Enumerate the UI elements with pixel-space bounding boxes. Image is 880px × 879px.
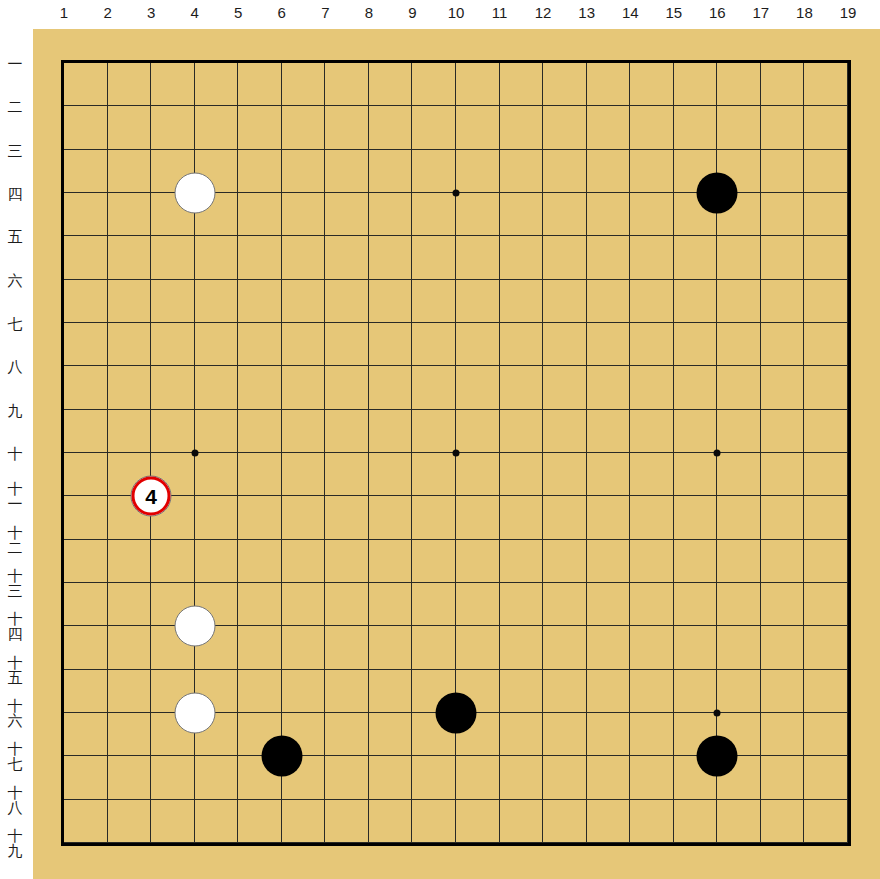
grid-cell bbox=[500, 63, 544, 106]
grid-cell bbox=[717, 670, 761, 713]
grid-cell bbox=[64, 280, 108, 323]
grid-cell bbox=[717, 410, 761, 453]
grid-cell bbox=[674, 453, 718, 496]
grid-cell bbox=[587, 583, 631, 626]
grid-cell bbox=[64, 496, 108, 539]
grid-cell bbox=[543, 670, 587, 713]
column-label-11: 11 bbox=[492, 4, 508, 21]
star-point-10-4 bbox=[453, 190, 460, 197]
grid-cell bbox=[587, 193, 631, 236]
grid-cell bbox=[369, 670, 413, 713]
grid-cell bbox=[587, 453, 631, 496]
grid-cell bbox=[543, 323, 587, 366]
grid-cell bbox=[717, 496, 761, 539]
grid-cell bbox=[761, 150, 805, 193]
grid-cell bbox=[804, 800, 848, 843]
grid-cell bbox=[282, 800, 326, 843]
column-label-6: 6 bbox=[278, 4, 286, 21]
grid-cell bbox=[238, 150, 282, 193]
grid-cell bbox=[630, 323, 674, 366]
row-label-18: 十 八 bbox=[8, 785, 23, 815]
grid-cell bbox=[587, 106, 631, 149]
grid-cell bbox=[500, 106, 544, 149]
grid-cell bbox=[804, 236, 848, 279]
grid-cell bbox=[674, 280, 718, 323]
grid-cell bbox=[630, 150, 674, 193]
grid-cell bbox=[369, 63, 413, 106]
grid-cell bbox=[108, 670, 152, 713]
grid-cell bbox=[456, 626, 500, 669]
grid-cell bbox=[151, 800, 195, 843]
row-label-8: 八 bbox=[8, 359, 23, 374]
grid-cell bbox=[456, 193, 500, 236]
grid-cell bbox=[674, 63, 718, 106]
grid-cell bbox=[500, 713, 544, 756]
grid-cell bbox=[500, 540, 544, 583]
grid-cell bbox=[412, 63, 456, 106]
grid-cell bbox=[587, 670, 631, 713]
grid-cell bbox=[630, 280, 674, 323]
grid-cell bbox=[630, 410, 674, 453]
grid-cell bbox=[238, 670, 282, 713]
grid-cell bbox=[630, 106, 674, 149]
row-label-2: 二 bbox=[8, 99, 23, 114]
star-point-4-10 bbox=[191, 450, 198, 457]
grid-cell bbox=[543, 106, 587, 149]
grid-cell bbox=[369, 713, 413, 756]
grid-cell bbox=[369, 496, 413, 539]
grid-cell bbox=[804, 453, 848, 496]
grid-cell bbox=[674, 496, 718, 539]
grid-cell bbox=[456, 280, 500, 323]
grid-cell bbox=[195, 106, 239, 149]
column-label-3: 3 bbox=[147, 4, 155, 21]
grid-cell bbox=[108, 756, 152, 799]
grid-cell bbox=[500, 583, 544, 626]
grid-cell bbox=[64, 150, 108, 193]
row-label-16: 十 六 bbox=[8, 698, 23, 728]
grid-cell bbox=[804, 280, 848, 323]
grid-cell bbox=[369, 453, 413, 496]
grid-cell bbox=[412, 540, 456, 583]
column-label-16: 16 bbox=[709, 4, 726, 21]
grid-cell bbox=[717, 583, 761, 626]
grid-cell bbox=[151, 106, 195, 149]
grid-cell bbox=[64, 63, 108, 106]
grid-cell bbox=[500, 670, 544, 713]
grid-cell bbox=[630, 756, 674, 799]
row-label-17: 十 七 bbox=[8, 741, 23, 771]
grid-cell bbox=[238, 366, 282, 409]
grid-cell bbox=[543, 280, 587, 323]
grid-cell bbox=[325, 150, 369, 193]
grid-cell bbox=[587, 800, 631, 843]
grid-cell bbox=[587, 150, 631, 193]
grid-cell bbox=[543, 193, 587, 236]
grid-cell bbox=[238, 323, 282, 366]
grid-cell bbox=[630, 366, 674, 409]
grid-cell bbox=[717, 626, 761, 669]
grid-cell bbox=[500, 193, 544, 236]
grid-cell bbox=[238, 496, 282, 539]
grid-cell bbox=[108, 63, 152, 106]
grid-cell bbox=[282, 540, 326, 583]
grid-cell bbox=[282, 106, 326, 149]
grid-cell bbox=[761, 756, 805, 799]
grid-cell bbox=[64, 106, 108, 149]
grid-cell bbox=[325, 366, 369, 409]
grid-cell bbox=[500, 150, 544, 193]
grid-cell bbox=[761, 63, 805, 106]
grid-cell bbox=[238, 453, 282, 496]
go-diagram-page: 12345678910111213141516171819 一二三四五六七八九十… bbox=[0, 0, 880, 879]
grid-cell bbox=[804, 540, 848, 583]
grid-cell bbox=[717, 800, 761, 843]
grid-cell bbox=[456, 453, 500, 496]
grid-cell bbox=[456, 540, 500, 583]
grid-cell bbox=[587, 280, 631, 323]
grid-cell bbox=[238, 280, 282, 323]
grid-cell bbox=[369, 583, 413, 626]
grid-cell bbox=[630, 496, 674, 539]
grid-cell bbox=[543, 453, 587, 496]
grid-cell bbox=[587, 756, 631, 799]
grid-cell bbox=[761, 193, 805, 236]
grid-cell bbox=[587, 626, 631, 669]
column-label-14: 14 bbox=[622, 4, 639, 21]
grid-cell bbox=[282, 670, 326, 713]
grid-cell bbox=[325, 323, 369, 366]
grid-cell bbox=[500, 236, 544, 279]
grid-cell bbox=[151, 366, 195, 409]
grid-cell bbox=[64, 626, 108, 669]
row-label-13: 十 三 bbox=[8, 568, 23, 598]
grid-cell bbox=[543, 583, 587, 626]
grid-cell bbox=[108, 106, 152, 149]
grid-cell bbox=[195, 280, 239, 323]
grid-cell bbox=[325, 496, 369, 539]
grid-cell bbox=[151, 756, 195, 799]
column-label-4: 4 bbox=[190, 4, 198, 21]
grid-cell bbox=[412, 410, 456, 453]
grid-cell bbox=[325, 193, 369, 236]
grid-cell bbox=[64, 236, 108, 279]
grid-cell bbox=[325, 540, 369, 583]
stone-black-6-17 bbox=[261, 736, 302, 777]
grid-cell bbox=[717, 106, 761, 149]
grid-cell bbox=[630, 670, 674, 713]
grid-cell bbox=[500, 800, 544, 843]
grid-cell bbox=[674, 410, 718, 453]
grid-cell bbox=[325, 713, 369, 756]
grid-cell bbox=[282, 63, 326, 106]
grid-cell bbox=[412, 236, 456, 279]
grid-cell bbox=[456, 63, 500, 106]
grid-cell bbox=[674, 106, 718, 149]
grid-cell bbox=[412, 280, 456, 323]
grid-cell bbox=[108, 366, 152, 409]
grid-cell bbox=[587, 496, 631, 539]
column-label-5: 5 bbox=[234, 4, 242, 21]
row-label-10: 十 bbox=[8, 446, 23, 461]
grid-cell bbox=[195, 323, 239, 366]
grid-cell bbox=[543, 800, 587, 843]
grid-cell bbox=[717, 280, 761, 323]
grid-cell bbox=[761, 583, 805, 626]
grid-cell bbox=[761, 410, 805, 453]
grid-cell bbox=[412, 150, 456, 193]
grid-cell bbox=[587, 713, 631, 756]
grid-cell bbox=[151, 323, 195, 366]
star-point-16-10 bbox=[714, 450, 721, 457]
grid-cell bbox=[108, 800, 152, 843]
grid-cell bbox=[543, 63, 587, 106]
grid-cell bbox=[543, 496, 587, 539]
grid-cell bbox=[804, 626, 848, 669]
grid-cell bbox=[412, 800, 456, 843]
grid-cell bbox=[761, 670, 805, 713]
grid-cell bbox=[412, 366, 456, 409]
row-label-6: 六 bbox=[8, 272, 23, 287]
grid-cell bbox=[630, 800, 674, 843]
grid-cell bbox=[587, 63, 631, 106]
grid-cell bbox=[804, 150, 848, 193]
grid-cell bbox=[412, 626, 456, 669]
grid-cell bbox=[369, 236, 413, 279]
grid-cell bbox=[195, 453, 239, 496]
grid-cell bbox=[369, 800, 413, 843]
grid-cell bbox=[64, 756, 108, 799]
stone-black-16-17 bbox=[697, 736, 738, 777]
grid-cell bbox=[238, 193, 282, 236]
column-label-2: 2 bbox=[103, 4, 111, 21]
grid-cell bbox=[325, 626, 369, 669]
grid-cell bbox=[412, 496, 456, 539]
grid-cell bbox=[543, 626, 587, 669]
grid-cell bbox=[761, 236, 805, 279]
grid-cell bbox=[282, 236, 326, 279]
grid-cell bbox=[238, 626, 282, 669]
grid-cell bbox=[630, 626, 674, 669]
grid-cell bbox=[64, 366, 108, 409]
grid-cell bbox=[674, 626, 718, 669]
grid-cell bbox=[195, 800, 239, 843]
grid-cell bbox=[282, 150, 326, 193]
grid-cell bbox=[456, 800, 500, 843]
grid-cell bbox=[804, 410, 848, 453]
grid-cell bbox=[195, 540, 239, 583]
grid-cell bbox=[369, 150, 413, 193]
grid-cell bbox=[195, 756, 239, 799]
grid-cell bbox=[804, 193, 848, 236]
grid-cell bbox=[543, 236, 587, 279]
grid-cell bbox=[456, 496, 500, 539]
grid-cell bbox=[804, 106, 848, 149]
grid-cell bbox=[804, 713, 848, 756]
grid-cell bbox=[64, 453, 108, 496]
grid-cell bbox=[108, 583, 152, 626]
grid-cell bbox=[238, 236, 282, 279]
grid-cell bbox=[108, 323, 152, 366]
grid-cell bbox=[674, 323, 718, 366]
grid-cell bbox=[630, 540, 674, 583]
column-label-13: 13 bbox=[578, 4, 595, 21]
grid-cell bbox=[325, 583, 369, 626]
row-label-9: 九 bbox=[8, 402, 23, 417]
grid-cell bbox=[500, 453, 544, 496]
column-label-10: 10 bbox=[448, 4, 465, 21]
grid-cell bbox=[804, 63, 848, 106]
grid-cell bbox=[674, 583, 718, 626]
grid-cell bbox=[282, 496, 326, 539]
grid-cell bbox=[151, 280, 195, 323]
grid-cell bbox=[195, 366, 239, 409]
grid-cell bbox=[151, 410, 195, 453]
grid-cell bbox=[369, 280, 413, 323]
grid-cell bbox=[630, 713, 674, 756]
grid-cell bbox=[64, 540, 108, 583]
grid-cell bbox=[761, 366, 805, 409]
stone-white-4-16 bbox=[174, 693, 215, 734]
grid-cell bbox=[64, 323, 108, 366]
grid-cell bbox=[195, 63, 239, 106]
grid-cell bbox=[282, 583, 326, 626]
grid-cell bbox=[543, 756, 587, 799]
grid-cell bbox=[64, 410, 108, 453]
grid-cell bbox=[108, 713, 152, 756]
grid-cell bbox=[151, 540, 195, 583]
grid-cell bbox=[151, 63, 195, 106]
grid-cell bbox=[108, 280, 152, 323]
grid-cell bbox=[761, 626, 805, 669]
grid-cell bbox=[282, 280, 326, 323]
grid-cell bbox=[804, 583, 848, 626]
grid-cell bbox=[64, 193, 108, 236]
grid-cell bbox=[804, 670, 848, 713]
star-point-10-10 bbox=[453, 450, 460, 457]
grid-cell bbox=[587, 236, 631, 279]
grid-cell bbox=[587, 366, 631, 409]
column-label-8: 8 bbox=[365, 4, 373, 21]
grid-cell bbox=[369, 756, 413, 799]
row-label-15: 十 五 bbox=[8, 655, 23, 685]
grid-cell bbox=[64, 800, 108, 843]
grid-cell bbox=[108, 193, 152, 236]
grid-cell bbox=[674, 670, 718, 713]
grid-cell bbox=[630, 193, 674, 236]
grid-cell bbox=[282, 323, 326, 366]
grid-cell bbox=[674, 540, 718, 583]
grid-cell bbox=[761, 540, 805, 583]
grid-cell bbox=[369, 106, 413, 149]
stone-white-4-14 bbox=[174, 606, 215, 647]
row-label-3: 三 bbox=[8, 142, 23, 157]
grid-cell bbox=[456, 236, 500, 279]
grid-cell bbox=[369, 366, 413, 409]
grid-cell bbox=[151, 236, 195, 279]
row-label-11: 十 一 bbox=[8, 481, 23, 511]
grid-cell bbox=[282, 626, 326, 669]
grid-cell bbox=[325, 410, 369, 453]
grid-cell bbox=[500, 280, 544, 323]
grid-cell bbox=[369, 626, 413, 669]
grid-cell bbox=[761, 106, 805, 149]
grid-cell bbox=[500, 323, 544, 366]
grid-cell bbox=[717, 540, 761, 583]
grid-cell bbox=[630, 236, 674, 279]
grid-cell bbox=[325, 236, 369, 279]
grid-cell bbox=[325, 106, 369, 149]
grid-cell bbox=[761, 323, 805, 366]
column-label-19: 19 bbox=[840, 4, 857, 21]
stone-black-10-16 bbox=[436, 693, 477, 734]
grid-cell bbox=[674, 800, 718, 843]
grid-cell bbox=[543, 150, 587, 193]
row-label-19: 十 九 bbox=[8, 828, 23, 858]
column-label-7: 7 bbox=[321, 4, 329, 21]
stone-black-16-4 bbox=[697, 173, 738, 214]
column-label-18: 18 bbox=[796, 4, 813, 21]
grid-cell bbox=[64, 713, 108, 756]
grid-cell bbox=[369, 410, 413, 453]
grid-cell bbox=[456, 150, 500, 193]
column-label-17: 17 bbox=[753, 4, 770, 21]
grid-cell bbox=[456, 583, 500, 626]
grid-cell bbox=[238, 583, 282, 626]
grid-cell bbox=[369, 323, 413, 366]
grid-cell bbox=[238, 410, 282, 453]
row-label-7: 七 bbox=[8, 316, 23, 331]
stone-white-4-4 bbox=[174, 173, 215, 214]
grid-cell bbox=[630, 453, 674, 496]
grid-cell bbox=[761, 280, 805, 323]
star-point-16-16 bbox=[714, 710, 721, 717]
column-label-1: 1 bbox=[60, 4, 68, 21]
grid-cell bbox=[325, 453, 369, 496]
grid-cell bbox=[804, 496, 848, 539]
row-label-12: 十 二 bbox=[8, 525, 23, 555]
grid-cell bbox=[195, 236, 239, 279]
column-label-9: 9 bbox=[408, 4, 416, 21]
grid-cell bbox=[456, 106, 500, 149]
grid-cell bbox=[804, 366, 848, 409]
grid-cell bbox=[674, 236, 718, 279]
grid-cell bbox=[717, 453, 761, 496]
grid-cell bbox=[238, 106, 282, 149]
grid-cell bbox=[717, 323, 761, 366]
column-label-12: 12 bbox=[535, 4, 552, 21]
grid-cell bbox=[412, 193, 456, 236]
grid-cell bbox=[238, 540, 282, 583]
grid-cell bbox=[456, 756, 500, 799]
grid-cell bbox=[108, 626, 152, 669]
grid-cell bbox=[108, 150, 152, 193]
grid-cell bbox=[64, 670, 108, 713]
column-label-15: 15 bbox=[665, 4, 682, 21]
grid-cell bbox=[587, 323, 631, 366]
grid-cell bbox=[500, 366, 544, 409]
grid-cell bbox=[412, 106, 456, 149]
grid-cell bbox=[108, 410, 152, 453]
stone-white-3-11: 4 bbox=[131, 476, 172, 517]
grid-cell bbox=[325, 280, 369, 323]
row-label-4: 四 bbox=[8, 186, 23, 201]
grid-cell bbox=[500, 626, 544, 669]
grid-cell bbox=[630, 583, 674, 626]
grid-cell bbox=[674, 366, 718, 409]
grid-cell bbox=[630, 63, 674, 106]
grid-cell bbox=[587, 540, 631, 583]
